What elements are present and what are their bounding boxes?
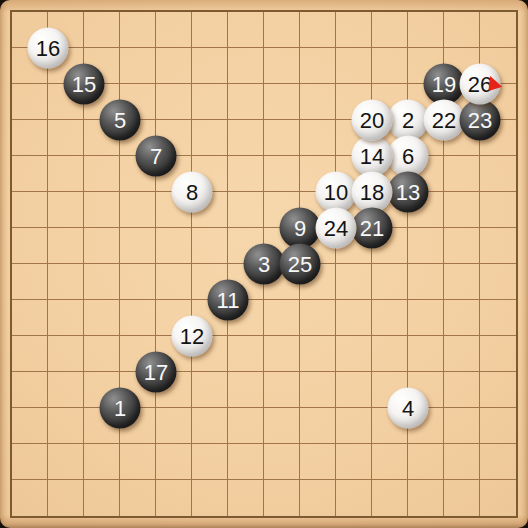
grid-cell[interactable] (300, 228, 336, 264)
grid-cell[interactable] (300, 372, 336, 408)
grid-cell[interactable] (336, 264, 372, 300)
grid-cell[interactable] (408, 228, 444, 264)
grid-cell[interactable] (12, 372, 48, 408)
grid-cell[interactable] (264, 372, 300, 408)
grid-cell[interactable] (480, 444, 516, 480)
grid-cell[interactable] (228, 336, 264, 372)
grid-cell[interactable] (192, 228, 228, 264)
grid-cell[interactable] (408, 48, 444, 84)
grid-cell[interactable] (84, 300, 120, 336)
grid-cell[interactable] (228, 84, 264, 120)
grid-cell[interactable] (408, 480, 444, 516)
grid-cell[interactable] (120, 228, 156, 264)
grid-cell[interactable] (300, 408, 336, 444)
grid-cell[interactable] (228, 300, 264, 336)
grid-cell[interactable] (408, 120, 444, 156)
grid-cell[interactable] (372, 300, 408, 336)
grid-cell[interactable] (228, 264, 264, 300)
grid-cell[interactable] (156, 120, 192, 156)
grid-cell[interactable] (12, 228, 48, 264)
grid-cell[interactable] (300, 48, 336, 84)
grid-cell[interactable] (48, 48, 84, 84)
grid-cell[interactable] (192, 12, 228, 48)
grid-cell[interactable] (156, 336, 192, 372)
grid-cell[interactable] (372, 48, 408, 84)
grid-cell[interactable] (12, 408, 48, 444)
grid-cell[interactable] (192, 300, 228, 336)
grid-cell[interactable] (336, 120, 372, 156)
grid-cell[interactable] (120, 156, 156, 192)
grid-cell[interactable] (48, 480, 84, 516)
grid-cell[interactable] (480, 408, 516, 444)
grid-cell[interactable] (444, 12, 480, 48)
grid-cell[interactable] (336, 408, 372, 444)
grid-cell[interactable] (192, 408, 228, 444)
grid-cell[interactable] (372, 264, 408, 300)
grid-cell[interactable] (192, 84, 228, 120)
grid-cell[interactable] (300, 300, 336, 336)
grid-cell[interactable] (336, 372, 372, 408)
grid-cell[interactable] (372, 480, 408, 516)
grid-cell[interactable] (264, 300, 300, 336)
grid-cell[interactable] (156, 444, 192, 480)
grid-cell[interactable] (48, 12, 84, 48)
grid-cell[interactable] (264, 12, 300, 48)
grid-cell[interactable] (408, 192, 444, 228)
grid-cell[interactable] (264, 48, 300, 84)
grid-cell[interactable] (48, 408, 84, 444)
grid-cell[interactable] (120, 48, 156, 84)
grid-cell[interactable] (336, 84, 372, 120)
grid-cell[interactable] (12, 264, 48, 300)
grid-cell[interactable] (156, 408, 192, 444)
grid-cell[interactable] (228, 372, 264, 408)
grid-cell[interactable] (120, 336, 156, 372)
grid-cell[interactable] (408, 444, 444, 480)
grid-cell[interactable] (336, 480, 372, 516)
grid-cell[interactable] (48, 300, 84, 336)
grid-cell[interactable] (84, 408, 120, 444)
grid-cell[interactable] (84, 372, 120, 408)
grid-cell[interactable] (300, 336, 336, 372)
grid-cell[interactable] (120, 408, 156, 444)
grid-cell[interactable] (12, 156, 48, 192)
grid-cell[interactable] (192, 480, 228, 516)
grid-cell[interactable] (228, 408, 264, 444)
grid-cell[interactable] (192, 48, 228, 84)
grid-cell[interactable] (156, 480, 192, 516)
grid-cell[interactable] (228, 480, 264, 516)
grid-cell[interactable] (84, 120, 120, 156)
grid-cell[interactable] (444, 372, 480, 408)
grid-cell[interactable] (480, 84, 516, 120)
grid-cell[interactable] (408, 264, 444, 300)
grid-cell[interactable] (264, 156, 300, 192)
grid-cell[interactable] (84, 336, 120, 372)
grid-cell[interactable] (480, 120, 516, 156)
grid-cell[interactable] (192, 120, 228, 156)
grid-cell[interactable] (156, 264, 192, 300)
grid-cell[interactable] (84, 156, 120, 192)
grid-cell[interactable] (408, 408, 444, 444)
grid-cell[interactable] (228, 12, 264, 48)
grid-cell[interactable] (12, 444, 48, 480)
grid-cell[interactable] (444, 336, 480, 372)
grid-cell[interactable] (444, 120, 480, 156)
grid-cell[interactable] (444, 228, 480, 264)
grid-cell[interactable] (408, 372, 444, 408)
grid-cell[interactable] (120, 120, 156, 156)
grid-cell[interactable] (264, 120, 300, 156)
grid-cell[interactable] (480, 372, 516, 408)
grid-cell[interactable] (84, 12, 120, 48)
grid-cell[interactable] (264, 84, 300, 120)
grid-cell[interactable] (372, 336, 408, 372)
grid-cell[interactable] (480, 228, 516, 264)
grid-cell[interactable] (444, 444, 480, 480)
board-grid[interactable] (10, 10, 518, 518)
grid-cell[interactable] (444, 264, 480, 300)
grid-cell[interactable] (12, 336, 48, 372)
grid-cell[interactable] (372, 444, 408, 480)
grid-cell[interactable] (336, 156, 372, 192)
grid-cell[interactable] (120, 300, 156, 336)
grid-cell[interactable] (48, 264, 84, 300)
grid-cell[interactable] (372, 192, 408, 228)
grid-cell[interactable] (480, 264, 516, 300)
grid-cell[interactable] (408, 156, 444, 192)
grid-cell[interactable] (48, 444, 84, 480)
grid-cell[interactable] (300, 156, 336, 192)
grid-cell[interactable] (444, 48, 480, 84)
grid-cell[interactable] (300, 12, 336, 48)
grid-cell[interactable] (444, 408, 480, 444)
grid-cell[interactable] (480, 300, 516, 336)
grid-cell[interactable] (480, 336, 516, 372)
grid-cell[interactable] (120, 12, 156, 48)
backdrop: 1234567891011121314151617181920212223242… (0, 0, 528, 528)
grid-cell[interactable] (408, 84, 444, 120)
grid-cell[interactable] (156, 300, 192, 336)
grid-cell[interactable] (300, 120, 336, 156)
grid-cell[interactable] (408, 12, 444, 48)
board[interactable]: 1234567891011121314151617181920212223242… (0, 0, 528, 528)
grid-cell[interactable] (12, 300, 48, 336)
grid-cell[interactable] (480, 12, 516, 48)
grid-cell[interactable] (12, 120, 48, 156)
grid-cell[interactable] (372, 84, 408, 120)
grid-cell[interactable] (156, 12, 192, 48)
grid-cell[interactable] (156, 84, 192, 120)
grid-cell[interactable] (228, 120, 264, 156)
grid-cell[interactable] (336, 12, 372, 48)
grid-cell[interactable] (444, 192, 480, 228)
grid-cell[interactable] (48, 228, 84, 264)
grid-cell[interactable] (120, 444, 156, 480)
grid-cell[interactable] (480, 192, 516, 228)
grid-cell[interactable] (372, 408, 408, 444)
grid-cell[interactable] (84, 480, 120, 516)
grid-cell[interactable] (84, 84, 120, 120)
grid-cell[interactable] (264, 264, 300, 300)
grid-cell[interactable] (156, 192, 192, 228)
grid-cell[interactable] (228, 156, 264, 192)
grid-cell[interactable] (192, 156, 228, 192)
grid-cell[interactable] (12, 192, 48, 228)
grid-cell[interactable] (12, 480, 48, 516)
grid-cell[interactable] (372, 372, 408, 408)
grid-cell[interactable] (444, 300, 480, 336)
grid-cell[interactable] (48, 372, 84, 408)
grid-cell[interactable] (120, 480, 156, 516)
grid-cell[interactable] (192, 372, 228, 408)
grid-cell[interactable] (12, 12, 48, 48)
grid-cell[interactable] (336, 192, 372, 228)
grid-cell[interactable] (264, 444, 300, 480)
grid-cell[interactable] (444, 156, 480, 192)
grid-cell[interactable] (300, 84, 336, 120)
grid-cell[interactable] (408, 300, 444, 336)
grid-cell[interactable] (156, 156, 192, 192)
grid-cell[interactable] (192, 192, 228, 228)
grid-cell[interactable] (480, 48, 516, 84)
grid-cell[interactable] (264, 336, 300, 372)
grid-cell[interactable] (372, 228, 408, 264)
grid-cell[interactable] (48, 336, 84, 372)
grid-cell[interactable] (120, 84, 156, 120)
grid-cell[interactable] (300, 264, 336, 300)
grid-cell[interactable] (228, 444, 264, 480)
grid-cell[interactable] (336, 336, 372, 372)
grid-cell[interactable] (84, 228, 120, 264)
grid-cell[interactable] (372, 156, 408, 192)
grid-cell[interactable] (336, 228, 372, 264)
grid-cell[interactable] (300, 192, 336, 228)
grid-cell[interactable] (48, 84, 84, 120)
grid-cell[interactable] (120, 372, 156, 408)
grid-cell[interactable] (264, 192, 300, 228)
grid-cell[interactable] (48, 156, 84, 192)
grid-cell[interactable] (444, 84, 480, 120)
grid-cell[interactable] (156, 48, 192, 84)
grid-cell[interactable] (48, 120, 84, 156)
grid-cell[interactable] (120, 192, 156, 228)
grid-cell[interactable] (264, 228, 300, 264)
grid-cell[interactable] (480, 480, 516, 516)
grid-cell[interactable] (192, 336, 228, 372)
grid-cell[interactable] (12, 84, 48, 120)
grid-cell[interactable] (84, 444, 120, 480)
grid-cell[interactable] (480, 156, 516, 192)
grid-cell[interactable] (228, 192, 264, 228)
grid-cell[interactable] (48, 192, 84, 228)
grid-cell[interactable] (84, 264, 120, 300)
grid-cell[interactable] (192, 264, 228, 300)
grid-cell[interactable] (300, 480, 336, 516)
grid-cell[interactable] (264, 408, 300, 444)
grid-cell[interactable] (300, 444, 336, 480)
grid-cell[interactable] (372, 12, 408, 48)
grid-cell[interactable] (84, 48, 120, 84)
grid-cell[interactable] (228, 48, 264, 84)
grid-cell[interactable] (12, 48, 48, 84)
grid-cell[interactable] (372, 120, 408, 156)
grid-cell[interactable] (228, 228, 264, 264)
grid-cell[interactable] (156, 228, 192, 264)
grid-cell[interactable] (156, 372, 192, 408)
grid-cell[interactable] (408, 336, 444, 372)
grid-cell[interactable] (264, 480, 300, 516)
grid-cell[interactable] (336, 300, 372, 336)
grid-cell[interactable] (336, 444, 372, 480)
grid-cell[interactable] (336, 48, 372, 84)
grid-cell[interactable] (444, 480, 480, 516)
grid-cell[interactable] (84, 192, 120, 228)
grid-cell[interactable] (120, 264, 156, 300)
grid-cell[interactable] (192, 444, 228, 480)
